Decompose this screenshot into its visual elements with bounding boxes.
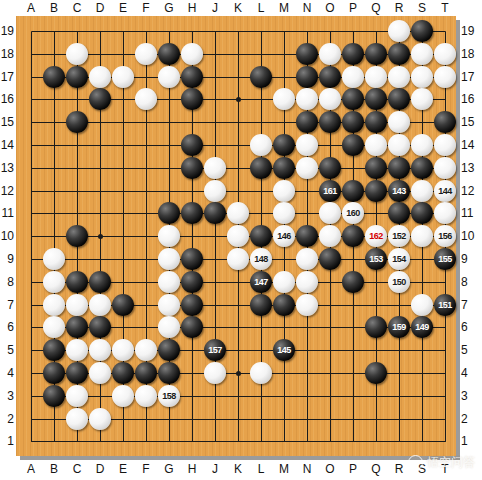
move-number-label: 162 [369, 231, 383, 241]
stone-white[interactable] [158, 248, 180, 270]
stone-white[interactable] [112, 66, 134, 88]
coord-left-14: 14 [0, 138, 14, 152]
watermark: 悟空问答 [408, 454, 475, 471]
coord-right-18: 18 [461, 47, 481, 61]
stone-white[interactable] [411, 294, 433, 316]
coord-left-2: 2 [0, 412, 14, 426]
stone-white[interactable] [89, 294, 111, 316]
move-number-label: 147 [254, 277, 268, 287]
stone-black[interactable] [181, 66, 203, 88]
coord-bottom-K: K [228, 462, 248, 476]
move-number-label: 150 [392, 277, 406, 287]
stone-white[interactable]: 158 [158, 385, 180, 407]
wukong-logo-icon [408, 455, 423, 470]
stone-black[interactable] [250, 294, 272, 316]
stone-black[interactable] [365, 362, 387, 384]
coord-right-1: 1 [461, 434, 481, 448]
coord-top-G: G [159, 1, 179, 15]
stone-white[interactable] [135, 43, 157, 65]
coord-left-8: 8 [0, 275, 14, 289]
stone-white[interactable] [388, 20, 410, 42]
stone-black[interactable] [250, 157, 272, 179]
stone-white[interactable] [112, 385, 134, 407]
coord-right-4: 4 [461, 366, 481, 380]
coord-top-J: J [205, 1, 225, 15]
stone-white[interactable] [434, 157, 456, 179]
coord-left-6: 6 [0, 320, 14, 334]
stone-white[interactable] [66, 43, 88, 65]
coord-bottom-D: D [90, 462, 110, 476]
stone-white[interactable] [365, 66, 387, 88]
stone-white[interactable] [43, 294, 65, 316]
move-number-label: 160 [346, 208, 360, 218]
stone-white[interactable] [319, 43, 341, 65]
coord-bottom-H: H [182, 462, 202, 476]
coord-left-13: 13 [0, 161, 14, 175]
stone-white[interactable] [296, 134, 318, 156]
coord-right-10: 10 [461, 229, 481, 243]
stone-white[interactable] [411, 180, 433, 202]
move-number-label: 146 [277, 231, 291, 241]
coord-right-19: 19 [461, 24, 481, 38]
coord-right-3: 3 [461, 389, 481, 403]
stone-white[interactable] [227, 248, 249, 270]
stone-black[interactable] [388, 157, 410, 179]
move-number-label: 143 [392, 186, 406, 196]
coord-top-F: F [136, 1, 156, 15]
coord-bottom-G: G [159, 462, 179, 476]
stone-white[interactable] [388, 66, 410, 88]
coord-right-6: 6 [461, 320, 481, 334]
coord-right-15: 15 [461, 115, 481, 129]
move-number-label: 161 [323, 186, 337, 196]
stone-black[interactable] [250, 66, 272, 88]
stone-black[interactable] [66, 271, 88, 293]
coord-bottom-T: T [435, 462, 455, 476]
coord-bottom-E: E [113, 462, 133, 476]
stone-white[interactable]: 154 [388, 248, 410, 270]
stone-black[interactable] [112, 362, 134, 384]
stone-white[interactable] [181, 43, 203, 65]
stone-black[interactable] [273, 294, 295, 316]
stone-black[interactable] [388, 43, 410, 65]
stone-black[interactable] [365, 157, 387, 179]
move-number-label: 152 [392, 231, 406, 241]
coord-right-16: 16 [461, 92, 481, 106]
stone-white[interactable] [89, 362, 111, 384]
coord-bottom-F: F [136, 462, 156, 476]
move-number-label: 148 [254, 254, 268, 264]
coord-left-17: 17 [0, 70, 14, 84]
coord-right-7: 7 [461, 298, 481, 312]
coord-bottom-A: A [21, 462, 41, 476]
stone-black[interactable] [411, 157, 433, 179]
stone-black[interactable] [66, 362, 88, 384]
coord-top-B: B [44, 1, 64, 15]
stone-black[interactable] [158, 362, 180, 384]
stone-black[interactable] [342, 271, 364, 293]
coord-bottom-B: B [44, 462, 64, 476]
coord-left-3: 3 [0, 389, 14, 403]
stone-white[interactable] [411, 134, 433, 156]
stone-black[interactable] [365, 43, 387, 65]
star-point [236, 371, 241, 376]
coord-bottom-O: O [320, 462, 340, 476]
stone-black[interactable] [181, 248, 203, 270]
stone-white[interactable] [273, 180, 295, 202]
coord-left-5: 5 [0, 343, 14, 357]
stone-black[interactable]: 143 [388, 180, 410, 202]
stone-black[interactable] [273, 157, 295, 179]
stone-black[interactable] [365, 180, 387, 202]
coord-right-9: 9 [461, 252, 481, 266]
star-point [98, 234, 103, 239]
stone-white[interactable] [158, 271, 180, 293]
coord-top-D: D [90, 1, 110, 15]
stone-white[interactable] [250, 134, 272, 156]
stone-white[interactable] [66, 294, 88, 316]
stone-black[interactable] [89, 271, 111, 293]
coord-top-N: N [297, 1, 317, 15]
stone-black[interactable] [296, 66, 318, 88]
stone-black[interactable] [342, 180, 364, 202]
stone-white[interactable] [273, 271, 295, 293]
stone-white[interactable] [388, 134, 410, 156]
stone-white[interactable] [89, 408, 111, 430]
stone-white[interactable] [296, 294, 318, 316]
stone-black[interactable]: 151 [434, 294, 456, 316]
stone-white[interactable] [66, 408, 88, 430]
stone-white[interactable] [434, 43, 456, 65]
coord-left-10: 10 [0, 229, 14, 243]
coord-bottom-R: R [389, 462, 409, 476]
coord-top-L: L [251, 1, 271, 15]
move-number-label: 144 [438, 186, 452, 196]
stone-black[interactable] [43, 385, 65, 407]
stone-black[interactable] [273, 134, 295, 156]
move-number-label: 159 [392, 322, 406, 332]
stone-black[interactable] [158, 43, 180, 65]
stone-white[interactable] [43, 271, 65, 293]
stone-black[interactable]: 155 [434, 248, 456, 270]
coord-right-12: 12 [461, 184, 481, 198]
coord-bottom-M: M [274, 462, 294, 476]
coord-right-2: 2 [461, 412, 481, 426]
coord-bottom-N: N [297, 462, 317, 476]
move-number-label: 158 [162, 391, 176, 401]
stone-black[interactable] [135, 362, 157, 384]
coord-right-17: 17 [461, 70, 481, 84]
coord-top-O: O [320, 1, 340, 15]
stone-black[interactable] [43, 66, 65, 88]
coord-left-9: 9 [0, 252, 14, 266]
stone-black[interactable]: 161 [319, 180, 341, 202]
stone-black[interactable] [112, 294, 134, 316]
stone-white[interactable] [43, 248, 65, 270]
stone-black[interactable] [181, 271, 203, 293]
stone-black[interactable] [319, 248, 341, 270]
coord-right-11: 11 [461, 206, 481, 220]
coord-top-M: M [274, 1, 294, 15]
coord-top-C: C [67, 1, 87, 15]
stone-white[interactable] [135, 385, 157, 407]
coord-left-7: 7 [0, 298, 14, 312]
coord-bottom-Q: Q [366, 462, 386, 476]
stone-white[interactable] [204, 180, 226, 202]
stone-white[interactable] [66, 385, 88, 407]
goban[interactable]: 1611431441601461621521561481531541551471… [16, 16, 456, 456]
move-number-label: 154 [392, 254, 406, 264]
stone-white[interactable] [158, 66, 180, 88]
stone-black[interactable] [296, 43, 318, 65]
coord-left-1: 1 [0, 434, 14, 448]
coord-left-16: 16 [0, 92, 14, 106]
stone-white[interactable] [89, 66, 111, 88]
coord-top-T: T [435, 1, 455, 15]
stone-black[interactable] [181, 157, 203, 179]
stone-black[interactable]: 153 [365, 248, 387, 270]
move-number-label: 155 [438, 254, 452, 264]
move-number-label: 149 [415, 322, 429, 332]
stone-black[interactable] [43, 362, 65, 384]
coord-right-14: 14 [461, 138, 481, 152]
stone-black[interactable] [181, 134, 203, 156]
stone-white[interactable] [296, 271, 318, 293]
coord-right-8: 8 [461, 275, 481, 289]
stone-black[interactable] [66, 66, 88, 88]
stone-white[interactable] [158, 294, 180, 316]
coord-bottom-P: P [343, 462, 363, 476]
stone-black[interactable] [319, 157, 341, 179]
coord-left-12: 12 [0, 184, 14, 198]
coord-top-R: R [389, 1, 409, 15]
coord-left-19: 19 [0, 24, 14, 38]
move-number-label: 156 [438, 231, 452, 241]
coord-bottom-C: C [67, 462, 87, 476]
move-number-label: 151 [438, 300, 452, 310]
stone-black[interactable] [411, 20, 433, 42]
stone-white[interactable] [411, 66, 433, 88]
coord-top-H: H [182, 1, 202, 15]
watermark-text: 悟空问答 [427, 454, 475, 471]
stone-black[interactable] [181, 294, 203, 316]
coord-right-13: 13 [461, 161, 481, 175]
stone-black[interactable] [319, 66, 341, 88]
coord-top-P: P [343, 1, 363, 15]
coord-left-4: 4 [0, 366, 14, 380]
coord-bottom-J: J [205, 462, 225, 476]
coord-top-Q: Q [366, 1, 386, 15]
stone-white[interactable] [296, 157, 318, 179]
coord-top-K: K [228, 1, 248, 15]
coord-bottom-S: S [412, 462, 432, 476]
coord-top-A: A [21, 1, 41, 15]
stone-white[interactable] [434, 66, 456, 88]
stone-white[interactable]: 144 [434, 180, 456, 202]
stone-white[interactable] [365, 134, 387, 156]
stone-white[interactable]: 148 [250, 248, 272, 270]
stone-white[interactable] [434, 134, 456, 156]
stone-black[interactable]: 147 [250, 271, 272, 293]
stone-black[interactable] [342, 134, 364, 156]
move-number-label: 157 [208, 345, 222, 355]
coord-bottom-L: L [251, 462, 271, 476]
coord-top-S: S [412, 1, 432, 15]
coord-right-5: 5 [461, 343, 481, 357]
stone-white[interactable] [204, 362, 226, 384]
move-number-label: 153 [369, 254, 383, 264]
stone-white[interactable]: 150 [388, 271, 410, 293]
stone-white[interactable] [411, 43, 433, 65]
coord-left-15: 15 [0, 115, 14, 129]
stone-black[interactable] [342, 43, 364, 65]
coord-left-18: 18 [0, 47, 14, 61]
coord-left-11: 11 [0, 206, 14, 220]
star-point [236, 97, 241, 102]
stone-white[interactable] [296, 248, 318, 270]
stone-white[interactable] [342, 66, 364, 88]
stone-white[interactable] [204, 157, 226, 179]
move-number-label: 145 [277, 345, 291, 355]
coord-top-E: E [113, 1, 133, 15]
stone-white[interactable] [250, 362, 272, 384]
